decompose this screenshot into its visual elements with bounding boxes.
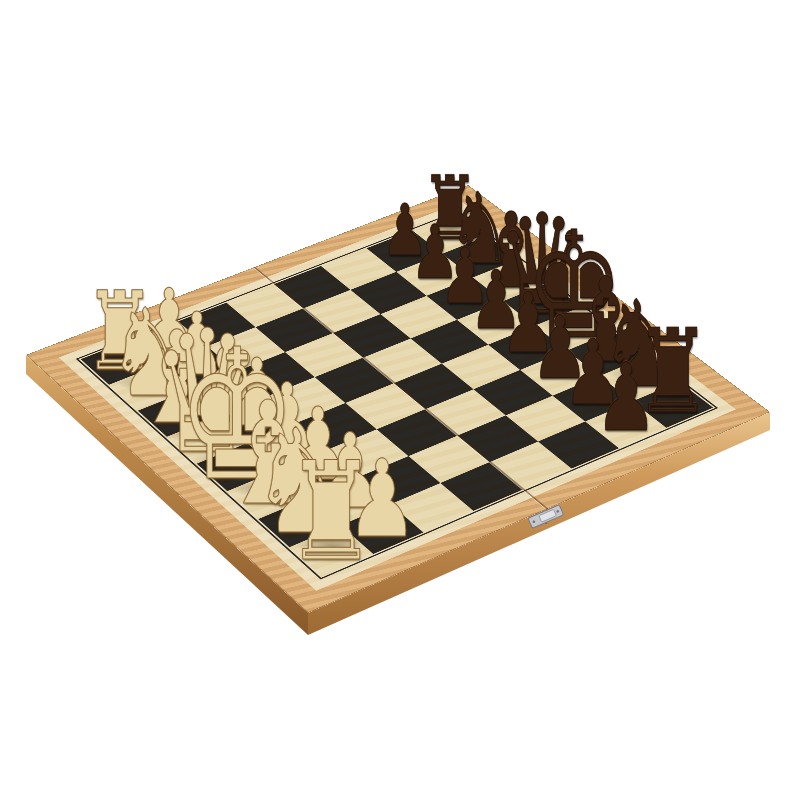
chess-set-photo: ♜♞♝♛♚♝♞♜♟♟♟♟♟♟♟♟♟♟♟♟♟♟♟♟♜♞♝♛♚♝♞♜ [0, 0, 800, 800]
